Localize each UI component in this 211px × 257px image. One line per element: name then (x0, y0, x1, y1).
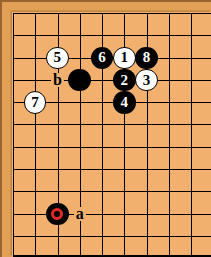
stone-white-5[interactable]: 5 (46, 47, 69, 70)
stone-black-8[interactable]: 8 (135, 47, 158, 70)
stone-white-7[interactable]: 7 (24, 91, 47, 114)
stone-black-4[interactable]: 4 (113, 91, 136, 114)
stone-black-6[interactable]: 6 (91, 47, 114, 70)
stone-white-3[interactable]: 3 (135, 69, 158, 92)
stone-black[interactable] (68, 69, 91, 92)
go-diagram: 56182374ba (0, 0, 211, 257)
go-board: 56182374ba (12, 12, 211, 257)
stone-black-marked[interactable] (46, 203, 69, 226)
stone-white-1[interactable]: 1 (113, 47, 136, 70)
point-label-a[interactable]: a (74, 207, 86, 221)
point-label-b[interactable]: b (51, 73, 64, 87)
stone-grid: 56182374ba (2, 2, 203, 257)
red-circle-mark-icon (51, 208, 63, 220)
stone-black-2[interactable]: 2 (113, 69, 136, 92)
